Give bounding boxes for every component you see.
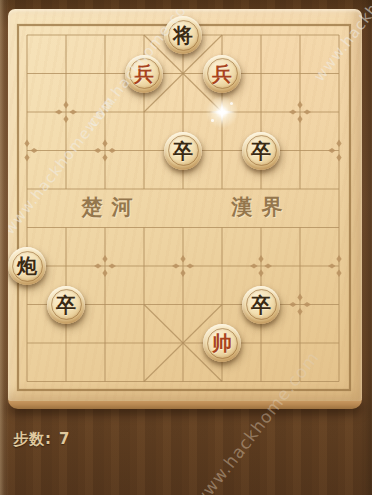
board-cell[interactable] bbox=[8, 170, 47, 209]
board-cell[interactable] bbox=[203, 131, 242, 170]
board-cell[interactable] bbox=[125, 208, 164, 247]
board-cell[interactable] bbox=[125, 170, 164, 209]
board-cell[interactable] bbox=[8, 16, 47, 55]
piece-red-soldier-1[interactable]: 兵 bbox=[125, 55, 163, 93]
board-cell[interactable]: 将 bbox=[164, 16, 203, 55]
board-cell[interactable] bbox=[8, 324, 47, 363]
board-cell[interactable] bbox=[86, 131, 125, 170]
board-cell[interactable] bbox=[320, 324, 359, 363]
board-cell[interactable] bbox=[320, 93, 359, 132]
board-cell[interactable] bbox=[86, 324, 125, 363]
piece-black-soldier-3[interactable]: 卒 bbox=[47, 286, 85, 324]
board-cell[interactable] bbox=[242, 93, 281, 132]
board-cell[interactable] bbox=[242, 324, 281, 363]
board-cell[interactable] bbox=[203, 93, 242, 132]
board-cell[interactable] bbox=[164, 285, 203, 324]
board-cell[interactable]: 炮 bbox=[8, 247, 47, 286]
board-cell[interactable] bbox=[281, 285, 320, 324]
piece-red-soldier-2[interactable]: 兵 bbox=[203, 55, 241, 93]
board-cell[interactable] bbox=[281, 16, 320, 55]
board-cell[interactable]: 卒 bbox=[47, 285, 86, 324]
board-cell[interactable] bbox=[281, 247, 320, 286]
board-cell[interactable] bbox=[281, 131, 320, 170]
board-cell[interactable]: 卒 bbox=[164, 131, 203, 170]
board-cell[interactable] bbox=[320, 16, 359, 55]
piece-black-general[interactable]: 将 bbox=[164, 16, 202, 54]
board-cell[interactable] bbox=[203, 208, 242, 247]
board-cell[interactable] bbox=[203, 16, 242, 55]
board-cell[interactable] bbox=[86, 93, 125, 132]
move-counter-value: 7 bbox=[59, 430, 70, 448]
board-cell[interactable] bbox=[320, 208, 359, 247]
xiangqi-board: 楚河 漢界 将兵兵卒卒炮卒卒帅 www.hackhome.com www.hac… bbox=[8, 9, 362, 409]
board-cell[interactable] bbox=[164, 324, 203, 363]
board-cell[interactable] bbox=[320, 285, 359, 324]
piece-label: 卒 bbox=[56, 295, 76, 315]
board-cell[interactable]: 兵 bbox=[125, 54, 164, 93]
board-cell[interactable] bbox=[242, 54, 281, 93]
board-cell[interactable] bbox=[164, 54, 203, 93]
board-cell[interactable]: 卒 bbox=[242, 285, 281, 324]
board-cell[interactable] bbox=[47, 54, 86, 93]
board-cell[interactable] bbox=[164, 208, 203, 247]
game-screen: 楚河 漢界 将兵兵卒卒炮卒卒帅 www.hackhome.com www.hac… bbox=[0, 0, 372, 495]
board-cell[interactable] bbox=[164, 362, 203, 401]
board-grid: 将兵兵卒卒炮卒卒帅 bbox=[8, 16, 359, 401]
board-cell[interactable] bbox=[164, 170, 203, 209]
board-cell[interactable] bbox=[242, 170, 281, 209]
piece-black-soldier-2[interactable]: 卒 bbox=[242, 132, 280, 170]
board-cell[interactable] bbox=[203, 247, 242, 286]
board-cell[interactable] bbox=[86, 208, 125, 247]
board-cell[interactable] bbox=[47, 16, 86, 55]
board-cell[interactable] bbox=[47, 131, 86, 170]
board-cell[interactable] bbox=[86, 170, 125, 209]
board-cell[interactable] bbox=[281, 324, 320, 363]
board-cell[interactable] bbox=[281, 54, 320, 93]
board-cell[interactable] bbox=[8, 54, 47, 93]
piece-black-soldier-1[interactable]: 卒 bbox=[164, 132, 202, 170]
board-cell[interactable] bbox=[47, 247, 86, 286]
board-surface: 楚河 漢界 将兵兵卒卒炮卒卒帅 www.hackhome.com www.hac… bbox=[8, 9, 362, 401]
board-cell[interactable] bbox=[164, 93, 203, 132]
piece-label: 炮 bbox=[17, 256, 37, 276]
piece-label: 将 bbox=[173, 25, 193, 45]
board-cell[interactable] bbox=[281, 208, 320, 247]
board-cell[interactable] bbox=[86, 16, 125, 55]
piece-black-soldier-4[interactable]: 卒 bbox=[242, 286, 280, 324]
board-cell[interactable] bbox=[320, 131, 359, 170]
board-cell[interactable] bbox=[164, 247, 203, 286]
board-cell[interactable] bbox=[125, 16, 164, 55]
board-cell[interactable] bbox=[125, 324, 164, 363]
move-counter-label: 步数: bbox=[13, 430, 52, 449]
piece-label: 兵 bbox=[212, 64, 232, 84]
piece-black-cannon[interactable]: 炮 bbox=[8, 247, 46, 285]
board-cell[interactable] bbox=[320, 54, 359, 93]
piece-label: 卒 bbox=[251, 141, 271, 161]
board-cell[interactable] bbox=[47, 324, 86, 363]
board-cell[interactable] bbox=[320, 362, 359, 401]
board-cell[interactable]: 卒 bbox=[242, 131, 281, 170]
board-cell[interactable] bbox=[125, 93, 164, 132]
board-cell[interactable] bbox=[8, 208, 47, 247]
board-cell[interactable] bbox=[125, 362, 164, 401]
board-cell[interactable] bbox=[320, 247, 359, 286]
board-cell[interactable] bbox=[8, 131, 47, 170]
move-counter: 步数: 7 bbox=[13, 430, 70, 449]
board-cell[interactable] bbox=[125, 131, 164, 170]
board-cell[interactable] bbox=[86, 54, 125, 93]
board-cell[interactable] bbox=[8, 285, 47, 324]
piece-label: 卒 bbox=[251, 295, 271, 315]
board-cell[interactable] bbox=[47, 93, 86, 132]
board-cell[interactable] bbox=[47, 208, 86, 247]
board-cell[interactable] bbox=[242, 208, 281, 247]
board-cell[interactable]: 兵 bbox=[203, 54, 242, 93]
board-cell[interactable] bbox=[320, 170, 359, 209]
piece-red-general[interactable]: 帅 bbox=[203, 324, 241, 362]
board-cell[interactable] bbox=[242, 247, 281, 286]
board-cell[interactable] bbox=[47, 170, 86, 209]
board-cell[interactable] bbox=[203, 170, 242, 209]
piece-label: 卒 bbox=[173, 141, 193, 161]
board-cell[interactable]: 帅 bbox=[203, 324, 242, 363]
board-cell[interactable] bbox=[281, 93, 320, 132]
board-cell[interactable] bbox=[86, 285, 125, 324]
board-cell[interactable] bbox=[242, 362, 281, 401]
board-cell[interactable] bbox=[281, 170, 320, 209]
board-cell[interactable] bbox=[125, 285, 164, 324]
piece-label: 帅 bbox=[212, 333, 232, 353]
board-cell[interactable] bbox=[125, 247, 164, 286]
board-cell[interactable] bbox=[203, 285, 242, 324]
board-cell[interactable] bbox=[86, 247, 125, 286]
board-cell[interactable] bbox=[47, 362, 86, 401]
board-cell[interactable] bbox=[242, 16, 281, 55]
board-cell[interactable] bbox=[281, 362, 320, 401]
board-cell[interactable] bbox=[8, 93, 47, 132]
board-cell[interactable] bbox=[86, 362, 125, 401]
board-cell[interactable] bbox=[8, 362, 47, 401]
piece-label: 兵 bbox=[134, 64, 154, 84]
board-cell[interactable] bbox=[203, 362, 242, 401]
